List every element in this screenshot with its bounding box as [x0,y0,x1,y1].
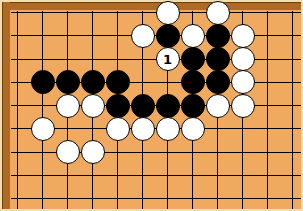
grid-line-horizontal [11,152,301,153]
black-stone [206,47,230,71]
white-stone [231,47,255,71]
grid-line-vertical [42,11,43,209]
black-stone [31,70,55,94]
black-stone [81,70,105,94]
white-stone [56,140,80,164]
black-stone [156,24,180,48]
white-stone [231,24,255,48]
go-board-diagram: 1 [0,0,303,211]
black-stone [206,24,230,48]
black-stone [181,70,205,94]
white-stone-move-1: 1 [156,47,180,71]
black-stone [56,70,80,94]
white-stone [131,117,155,141]
white-stone [81,140,105,164]
white-stone [81,94,105,118]
stone-move-number: 1 [163,52,172,65]
white-stone [131,24,155,48]
white-stone [206,1,230,25]
grid-line-horizontal [11,198,301,199]
grid-line-vertical [267,11,268,209]
white-stone [156,117,180,141]
white-stone [206,94,230,118]
white-stone [56,94,80,118]
white-stone [31,117,55,141]
black-stone [106,70,130,94]
board-edge-top [2,2,301,10]
black-stone [206,70,230,94]
grid-line-vertical [292,11,293,209]
black-stone [106,94,130,118]
white-stone [181,117,205,141]
white-stone [106,117,130,141]
grid-line-horizontal [11,175,301,176]
grid-line-horizontal [11,82,301,83]
black-stone [131,94,155,118]
black-stone [181,94,205,118]
white-stone [156,1,180,25]
go-board: 1 [0,0,303,211]
black-stone [181,47,205,71]
board-edge-left [2,2,10,209]
white-stone [231,70,255,94]
grid-line-vertical [17,11,18,209]
white-stone [181,24,205,48]
black-stone [156,94,180,118]
white-stone [231,94,255,118]
